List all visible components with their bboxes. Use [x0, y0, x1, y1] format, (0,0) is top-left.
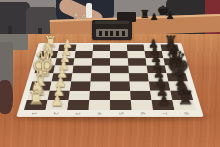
board-grid: ♜♟♟♜♞♟♟♞♝♟♟♝♛♟♟♛♚♟♟♚♝♟♟♝♞♟♟♞♜♟♟♜	[24, 45, 196, 111]
square-f6	[129, 82, 150, 91]
square-h3	[67, 100, 89, 110]
square-e5	[110, 73, 129, 81]
square-b4	[92, 51, 110, 58]
square-c4	[92, 58, 110, 65]
white-rook: ♜	[27, 89, 44, 108]
square-e3	[71, 73, 91, 81]
square-g5	[110, 90, 131, 99]
square-h5	[110, 100, 132, 110]
square-c5	[110, 58, 128, 65]
black-rook: ♜	[176, 89, 193, 108]
square-b3	[74, 51, 92, 58]
square-e6	[129, 73, 149, 81]
square-d5	[110, 65, 129, 73]
square-d6	[128, 65, 147, 73]
square-c6	[128, 58, 147, 65]
square-e4	[91, 73, 110, 81]
board-scene: ♜♟♟♜♞♟♟♞♝♟♟♝♛♟♟♛♚♟♟♚♝♟♟♝♞♟♟♞♜♟♟♜ 1234567…	[0, 0, 220, 147]
square-h2: ♟	[45, 100, 68, 110]
square-f3	[70, 82, 91, 91]
black-pawn: ♟	[157, 93, 170, 108]
square-g6	[130, 90, 151, 99]
square-g4	[89, 90, 110, 99]
square-d4	[91, 65, 110, 73]
tournament-chess-photo: ♗♙♜♟♚♟ ♜♟♟♜♞♟♟♞♝♟♟♝♛♟♟♛♚♟♟♚♝♟♟♝♞♟♟♞♜♟♟♜ …	[0, 0, 220, 147]
square-b5	[110, 51, 128, 58]
square-g3	[68, 90, 89, 99]
square-f5	[110, 82, 130, 91]
square-h1: ♜	[24, 100, 48, 110]
square-b6	[127, 51, 145, 58]
square-h8: ♜	[172, 100, 196, 110]
square-d3	[72, 65, 91, 73]
square-h7: ♟	[152, 100, 175, 110]
chessboard: ♜♟♟♜♞♟♟♞♝♟♟♝♛♟♟♛♚♟♟♚♝♟♟♝♞♟♟♞♜♟♟♜ 1234567…	[16, 43, 203, 117]
square-h4	[88, 100, 110, 110]
square-h6	[131, 100, 153, 110]
board-coordinates: 12345678	[22, 110, 198, 117]
square-c3	[73, 58, 92, 65]
white-pawn: ♟	[50, 93, 63, 108]
square-f4	[90, 82, 110, 91]
